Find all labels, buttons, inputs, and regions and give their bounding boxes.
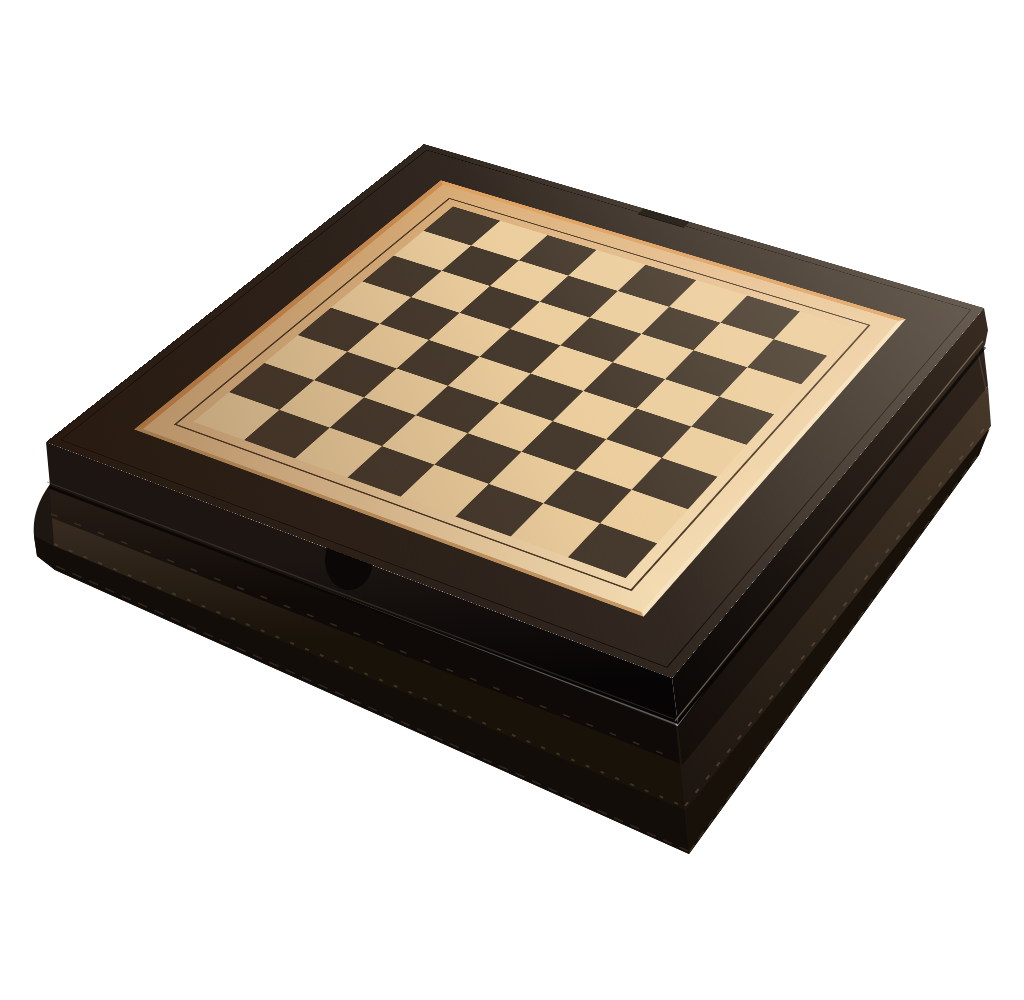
product-photo-chess-box	[0, 0, 1024, 1000]
